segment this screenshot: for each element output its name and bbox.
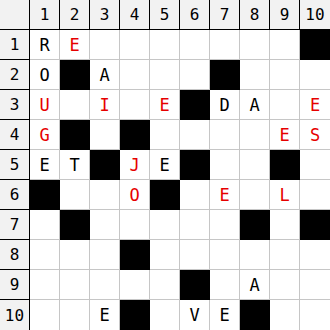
grid-cell-r10c1[interactable] xyxy=(30,300,60,330)
grid-cell-r1c4[interactable] xyxy=(120,30,150,60)
black-cell-r9c6[interactable] xyxy=(180,270,210,300)
row-header-1: 1 xyxy=(0,30,30,60)
grid-cell-r9c5[interactable] xyxy=(150,270,180,300)
grid-cell-r7c6[interactable] xyxy=(180,210,210,240)
grid-cell-r4c3[interactable] xyxy=(90,120,120,150)
grid-cell-r3c7[interactable]: D xyxy=(210,90,240,120)
grid-cell-r2c10[interactable] xyxy=(300,60,330,90)
black-cell-r4c4[interactable] xyxy=(120,120,150,150)
grid-cell-r6c8[interactable] xyxy=(240,180,270,210)
grid-cell-r3c8[interactable]: A xyxy=(240,90,270,120)
grid-cell-r5c1[interactable]: E xyxy=(30,150,60,180)
col-header-1: 1 xyxy=(30,0,60,30)
grid-cell-r9c1[interactable] xyxy=(30,270,60,300)
grid-cell-r8c8[interactable] xyxy=(240,240,270,270)
grid-cell-r9c8[interactable]: A xyxy=(240,270,270,300)
grid-cell-r1c5[interactable] xyxy=(150,30,180,60)
corner-cell xyxy=(0,0,30,30)
col-header-6: 6 xyxy=(180,0,210,30)
black-cell-r5c9[interactable] xyxy=(270,150,300,180)
black-cell-r2c2[interactable] xyxy=(60,60,90,90)
black-cell-r5c6[interactable] xyxy=(180,150,210,180)
black-cell-r8c4[interactable] xyxy=(120,240,150,270)
grid-cell-r2c8[interactable] xyxy=(240,60,270,90)
row-header-3: 3 xyxy=(0,90,30,120)
grid-cell-r3c9[interactable] xyxy=(270,90,300,120)
grid-cell-r1c3[interactable] xyxy=(90,30,120,60)
grid-cell-r2c9[interactable] xyxy=(270,60,300,90)
grid-cell-r10c7[interactable]: E xyxy=(210,300,240,330)
grid-cell-r5c8[interactable] xyxy=(240,150,270,180)
grid-cell-r5c5[interactable]: E xyxy=(150,150,180,180)
black-cell-r10c4[interactable] xyxy=(120,300,150,330)
grid-cell-r6c3[interactable] xyxy=(90,180,120,210)
black-cell-r7c8[interactable] xyxy=(240,210,270,240)
grid-cell-r2c6[interactable] xyxy=(180,60,210,90)
grid-cell-r9c4[interactable] xyxy=(120,270,150,300)
col-header-7: 7 xyxy=(210,0,240,30)
col-header-2: 2 xyxy=(60,0,90,30)
grid-cell-r6c6[interactable] xyxy=(180,180,210,210)
black-cell-r5c3[interactable] xyxy=(90,150,120,180)
black-cell-r7c10[interactable] xyxy=(300,210,330,240)
grid-cell-r3c2[interactable] xyxy=(60,90,90,120)
col-header-8: 8 xyxy=(240,0,270,30)
row-header-4: 4 xyxy=(0,120,30,150)
grid-cell-r8c7[interactable] xyxy=(210,240,240,270)
grid-cell-r1c8[interactable] xyxy=(240,30,270,60)
grid-cell-r8c5[interactable] xyxy=(150,240,180,270)
grid-cell-r2c4[interactable] xyxy=(120,60,150,90)
grid-cell-r8c6[interactable] xyxy=(180,240,210,270)
grid-cell-r9c7[interactable] xyxy=(210,270,240,300)
grid-cell-r6c4[interactable]: O xyxy=(120,180,150,210)
black-cell-r7c2[interactable] xyxy=(60,210,90,240)
grid-cell-r2c1[interactable]: O xyxy=(30,60,60,90)
row-header-5: 5 xyxy=(0,150,30,180)
grid-cell-r10c2[interactable] xyxy=(60,300,90,330)
grid-cell-r10c6[interactable]: V xyxy=(180,300,210,330)
grid-cell-r5c7[interactable] xyxy=(210,150,240,180)
grid-cell-r10c9[interactable] xyxy=(270,300,300,330)
grid-cell-r8c1[interactable] xyxy=(30,240,60,270)
row-header-8: 8 xyxy=(0,240,30,270)
grid-cell-r6c9[interactable]: L xyxy=(270,180,300,210)
black-cell-r4c2[interactable] xyxy=(60,120,90,150)
row-header-9: 9 xyxy=(0,270,30,300)
grid-cell-r7c7[interactable] xyxy=(210,210,240,240)
col-header-4: 4 xyxy=(120,0,150,30)
grid-cell-r4c10[interactable]: S xyxy=(300,120,330,150)
grid-cell-r9c3[interactable] xyxy=(90,270,120,300)
row-header-2: 2 xyxy=(0,60,30,90)
grid-cell-r7c4[interactable] xyxy=(120,210,150,240)
grid-cell-r4c9[interactable]: E xyxy=(270,120,300,150)
grid-cell-r7c5[interactable] xyxy=(150,210,180,240)
black-cell-r3c6[interactable] xyxy=(180,90,210,120)
grid-cell-r4c7[interactable] xyxy=(210,120,240,150)
grid-cell-r1c1[interactable]: R xyxy=(30,30,60,60)
crossword-board: 123456789101RE2OA3UIEDAE4GES5ETJE6OEL789… xyxy=(0,0,330,330)
grid-cell-r10c10[interactable] xyxy=(300,300,330,330)
grid-cell-r7c3[interactable] xyxy=(90,210,120,240)
grid-cell-r3c10[interactable]: E xyxy=(300,90,330,120)
col-header-9: 9 xyxy=(270,0,300,30)
grid-cell-r4c1[interactable]: G xyxy=(30,120,60,150)
black-cell-r6c5[interactable] xyxy=(150,180,180,210)
grid-cell-r7c9[interactable] xyxy=(270,210,300,240)
grid-cell-r7c1[interactable] xyxy=(30,210,60,240)
grid-cell-r8c10[interactable] xyxy=(300,240,330,270)
grid-cell-r3c1[interactable]: U xyxy=(30,90,60,120)
grid-cell-r4c5[interactable] xyxy=(150,120,180,150)
black-cell-r10c8[interactable] xyxy=(240,300,270,330)
grid-cell-r6c10[interactable] xyxy=(300,180,330,210)
grid-cell-r1c7[interactable] xyxy=(210,30,240,60)
grid-cell-r4c8[interactable] xyxy=(240,120,270,150)
grid-cell-r10c5[interactable] xyxy=(150,300,180,330)
grid-cell-r10c3[interactable]: E xyxy=(90,300,120,330)
grid-cell-r6c2[interactable] xyxy=(60,180,90,210)
grid-cell-r1c2[interactable]: E xyxy=(60,30,90,60)
grid-cell-r8c2[interactable] xyxy=(60,240,90,270)
grid-cell-r8c3[interactable] xyxy=(90,240,120,270)
grid-cell-r1c9[interactable] xyxy=(270,30,300,60)
black-cell-r1c10[interactable] xyxy=(300,30,330,60)
grid-cell-r3c4[interactable] xyxy=(120,90,150,120)
row-header-6: 6 xyxy=(0,180,30,210)
grid-cell-r2c3[interactable]: A xyxy=(90,60,120,90)
grid-cell-r5c2[interactable]: T xyxy=(60,150,90,180)
grid-cell-r9c9[interactable] xyxy=(270,270,300,300)
grid-cell-r1c6[interactable] xyxy=(180,30,210,60)
grid-cell-r5c10[interactable] xyxy=(300,150,330,180)
row-header-7: 7 xyxy=(0,210,30,240)
col-header-10: 10 xyxy=(300,0,330,30)
grid-cell-r4c6[interactable] xyxy=(180,120,210,150)
grid-cell-r9c2[interactable] xyxy=(60,270,90,300)
grid-cell-r6c7[interactable]: E xyxy=(210,180,240,210)
grid-cell-r3c3[interactable]: I xyxy=(90,90,120,120)
row-header-10: 10 xyxy=(0,300,30,330)
grid-cell-r3c5[interactable]: E xyxy=(150,90,180,120)
col-header-3: 3 xyxy=(90,0,120,30)
col-header-5: 5 xyxy=(150,0,180,30)
black-cell-r2c7[interactable] xyxy=(210,60,240,90)
grid-cell-r9c10[interactable] xyxy=(300,270,330,300)
grid-cell-r8c9[interactable] xyxy=(270,240,300,270)
grid-cell-r2c5[interactable] xyxy=(150,60,180,90)
black-cell-r6c1[interactable] xyxy=(30,180,60,210)
grid-cell-r5c4[interactable]: J xyxy=(120,150,150,180)
